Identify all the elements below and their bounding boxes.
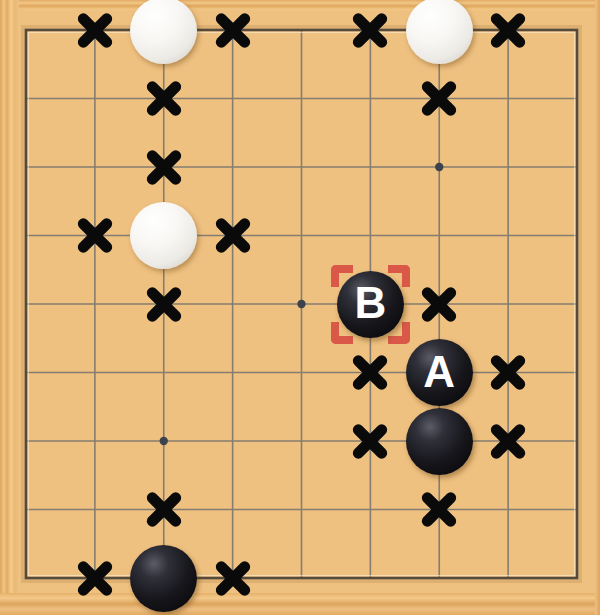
board-intersection[interactable] xyxy=(129,407,198,476)
stone-label: A xyxy=(423,350,455,394)
liberty-x-mark xyxy=(210,7,256,53)
board-intersection[interactable] xyxy=(267,270,336,339)
board-intersection[interactable] xyxy=(543,201,600,270)
liberty-x-mark xyxy=(141,281,187,327)
liberty-x-mark xyxy=(416,487,462,533)
liberty-x-mark xyxy=(416,76,462,122)
board-intersections: BA xyxy=(0,0,600,612)
board-intersection[interactable] xyxy=(198,407,267,476)
board-intersection[interactable] xyxy=(474,338,543,407)
board-intersection[interactable] xyxy=(0,133,60,202)
board-intersection[interactable] xyxy=(198,544,267,613)
board-intersection[interactable] xyxy=(198,338,267,407)
board-intersection[interactable] xyxy=(474,407,543,476)
board-intersection[interactable] xyxy=(129,0,198,64)
liberty-x-mark xyxy=(72,555,118,601)
board-intersection[interactable] xyxy=(198,475,267,544)
liberty-x-mark xyxy=(210,213,256,259)
board-intersection[interactable] xyxy=(474,133,543,202)
black-stone xyxy=(406,408,473,475)
board-intersection[interactable] xyxy=(0,0,60,64)
board-intersection[interactable] xyxy=(543,0,600,64)
board-intersection[interactable] xyxy=(474,64,543,133)
board-intersection[interactable] xyxy=(60,407,129,476)
go-board: BA xyxy=(0,0,600,615)
board-intersection[interactable] xyxy=(60,270,129,339)
board-intersection[interactable] xyxy=(474,0,543,64)
board-intersection[interactable] xyxy=(543,133,600,202)
board-intersection[interactable] xyxy=(198,0,267,64)
board-intersection[interactable] xyxy=(0,407,60,476)
board-intersection[interactable] xyxy=(405,544,474,613)
board-intersection[interactable]: B xyxy=(336,270,405,339)
board-intersection[interactable] xyxy=(129,270,198,339)
black-stone xyxy=(130,545,197,612)
board-intersection[interactable]: A xyxy=(405,338,474,407)
black-stone: A xyxy=(406,339,473,406)
board-intersection[interactable] xyxy=(60,338,129,407)
board-intersection[interactable] xyxy=(405,64,474,133)
liberty-x-mark xyxy=(72,213,118,259)
board-intersection[interactable] xyxy=(267,201,336,270)
board-intersection[interactable] xyxy=(0,64,60,133)
board-intersection[interactable] xyxy=(198,201,267,270)
board-intersection[interactable] xyxy=(405,201,474,270)
board-intersection[interactable] xyxy=(267,133,336,202)
white-stone xyxy=(406,0,473,64)
board-intersection[interactable] xyxy=(60,475,129,544)
liberty-x-mark xyxy=(485,350,531,396)
board-intersection[interactable] xyxy=(474,201,543,270)
board-intersection[interactable] xyxy=(198,270,267,339)
board-intersection[interactable] xyxy=(0,475,60,544)
board-intersection[interactable] xyxy=(543,544,600,613)
board-intersection[interactable] xyxy=(336,201,405,270)
board-intersection[interactable] xyxy=(60,133,129,202)
board-intersection[interactable] xyxy=(336,544,405,613)
white-stone xyxy=(130,0,197,64)
board-intersection[interactable] xyxy=(474,544,543,613)
board-intersection[interactable] xyxy=(405,270,474,339)
board-intersection[interactable] xyxy=(336,475,405,544)
board-intersection[interactable] xyxy=(267,475,336,544)
board-intersection[interactable] xyxy=(543,270,600,339)
board-intersection[interactable] xyxy=(129,544,198,613)
board-intersection[interactable] xyxy=(0,338,60,407)
board-intersection[interactable] xyxy=(198,64,267,133)
board-intersection[interactable] xyxy=(60,544,129,613)
board-intersection[interactable] xyxy=(336,338,405,407)
board-intersection[interactable] xyxy=(129,64,198,133)
liberty-x-mark xyxy=(416,281,462,327)
board-intersection[interactable] xyxy=(267,338,336,407)
liberty-x-mark xyxy=(485,418,531,464)
board-intersection[interactable] xyxy=(267,64,336,133)
liberty-x-mark xyxy=(347,7,393,53)
white-stone xyxy=(130,202,197,269)
board-intersection[interactable] xyxy=(267,544,336,613)
liberty-x-mark xyxy=(485,7,531,53)
board-intersection[interactable] xyxy=(336,64,405,133)
board-intersection[interactable] xyxy=(0,544,60,613)
board-intersection[interactable] xyxy=(60,64,129,133)
board-intersection[interactable] xyxy=(474,270,543,339)
board-intersection[interactable] xyxy=(0,270,60,339)
board-intersection[interactable] xyxy=(129,201,198,270)
liberty-x-mark xyxy=(72,7,118,53)
liberty-x-mark xyxy=(347,350,393,396)
board-intersection[interactable] xyxy=(267,407,336,476)
board-intersection[interactable] xyxy=(129,475,198,544)
board-intersection[interactable] xyxy=(129,133,198,202)
liberty-x-mark xyxy=(141,76,187,122)
board-intersection[interactable] xyxy=(60,0,129,64)
stone-label: B xyxy=(354,281,386,325)
board-intersection[interactable] xyxy=(129,338,198,407)
liberty-x-mark xyxy=(141,487,187,533)
liberty-x-mark xyxy=(210,555,256,601)
liberty-x-mark xyxy=(141,144,187,190)
board-intersection[interactable] xyxy=(336,407,405,476)
board-intersection[interactable] xyxy=(543,64,600,133)
board-intersection[interactable] xyxy=(543,475,600,544)
board-intersection[interactable] xyxy=(0,201,60,270)
board-intersection[interactable] xyxy=(267,0,336,64)
black-stone: B xyxy=(337,271,404,338)
board-intersection[interactable] xyxy=(474,475,543,544)
board-intersection[interactable] xyxy=(60,201,129,270)
board-intersection[interactable] xyxy=(405,407,474,476)
board-intersection[interactable] xyxy=(405,0,474,64)
board-intersection[interactable] xyxy=(336,133,405,202)
liberty-x-mark xyxy=(347,418,393,464)
board-intersection[interactable] xyxy=(405,475,474,544)
board-intersection[interactable] xyxy=(405,133,474,202)
board-intersection[interactable] xyxy=(336,0,405,64)
board-intersection[interactable] xyxy=(543,338,600,407)
board-intersection[interactable] xyxy=(198,133,267,202)
board-intersection[interactable] xyxy=(543,407,600,476)
